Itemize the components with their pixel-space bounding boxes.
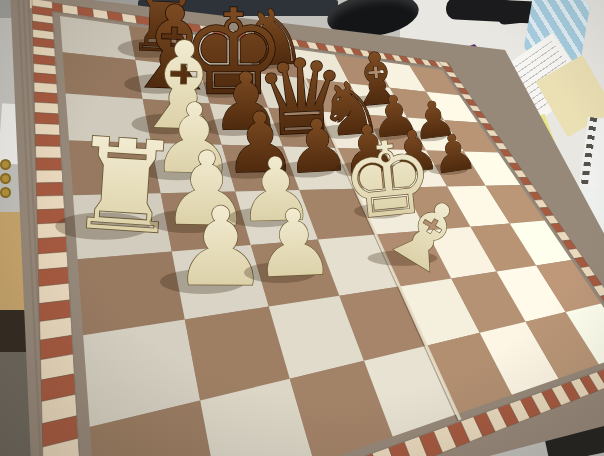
border-mosaic-cell xyxy=(35,123,60,135)
border-mosaic-cell xyxy=(36,158,62,170)
border-mosaic-cell xyxy=(36,183,63,197)
border-mosaic-cell xyxy=(36,146,62,158)
border-mosaic-cell xyxy=(34,92,58,104)
border-mosaic-cell xyxy=(38,237,67,254)
border-mosaic-cell xyxy=(34,102,58,114)
chessboard[interactable]: ♜♞♝♚♝♝♟♛♞♟♟♟♟♟♟♟♟♜♟♟♚♟♟♝ xyxy=(0,0,604,456)
border-mosaic-cell xyxy=(34,82,58,93)
border-mosaic-cell xyxy=(35,135,61,147)
border-mosaic-cell xyxy=(35,113,60,125)
border-mosaic-cell xyxy=(36,170,63,183)
border-mosaic-cell xyxy=(37,196,65,210)
piece-white-pawn-c3[interactable]: ♟ xyxy=(251,188,337,298)
photo-of-chess-set: ♜♞♝♚♝♝♟♛♞♟♟♟♟♟♟♟♟♜♟♟♚♟♟♝ Angled photo of… xyxy=(0,0,604,456)
